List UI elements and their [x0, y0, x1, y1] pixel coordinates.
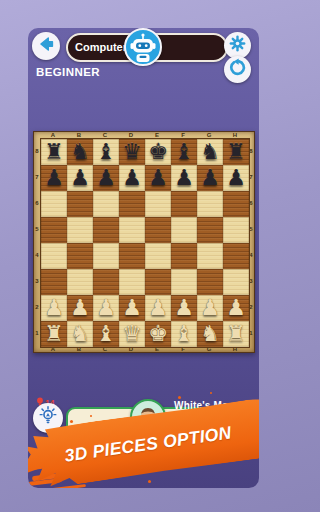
chess-board: ABCDEFGH ABCDEFGH 87654321 87654321 ♜♞♝♛…: [33, 131, 255, 353]
square-g8[interactable]: ♞: [197, 139, 223, 165]
square-f7[interactable]: ♟: [171, 165, 197, 191]
square-c2[interactable]: ♟: [93, 295, 119, 321]
square-h7[interactable]: ♟: [223, 165, 249, 191]
robot-icon: [126, 50, 160, 66]
circular-arrow-icon: [228, 58, 247, 81]
piece-white-pawn[interactable]: ♟: [145, 295, 171, 321]
square-b7[interactable]: ♟: [67, 165, 93, 191]
square-h8[interactable]: ♜: [223, 139, 249, 165]
square-g7[interactable]: ♟: [197, 165, 223, 191]
square-h1[interactable]: ♜: [223, 321, 249, 347]
paint-streak: [36, 484, 86, 488]
square-a3[interactable]: [41, 269, 67, 295]
square-d8[interactable]: ♛: [119, 139, 145, 165]
piece-black-pawn[interactable]: ♟: [197, 165, 223, 191]
square-g4[interactable]: [197, 243, 223, 269]
piece-black-rook[interactable]: ♜: [223, 139, 249, 165]
difficulty-label: BEGINNER: [36, 66, 100, 78]
board-grid: ♜♞♝♛♚♝♞♜♟♟♟♟♟♟♟♟♟♟♟♟♟♟♟♟♜♞♝♛♚♝♞♜: [40, 138, 250, 348]
piece-white-bishop[interactable]: ♝: [93, 321, 119, 347]
square-e4[interactable]: [145, 243, 171, 269]
square-b4[interactable]: [67, 243, 93, 269]
square-g3[interactable]: [197, 269, 223, 295]
paint-splatter: [90, 415, 92, 417]
square-g5[interactable]: [197, 217, 223, 243]
square-c8[interactable]: ♝: [93, 139, 119, 165]
square-a5[interactable]: [41, 217, 67, 243]
piece-white-pawn[interactable]: ♟: [223, 295, 249, 321]
piece-black-knight[interactable]: ♞: [67, 139, 93, 165]
square-d7[interactable]: ♟: [119, 165, 145, 191]
square-d3[interactable]: [119, 269, 145, 295]
piece-white-pawn[interactable]: ♟: [93, 295, 119, 321]
piece-black-king[interactable]: ♚: [145, 139, 171, 165]
square-h6[interactable]: [223, 191, 249, 217]
opponent-avatar: [124, 28, 162, 66]
square-f4[interactable]: [171, 243, 197, 269]
square-d6[interactable]: [119, 191, 145, 217]
piece-black-pawn[interactable]: ♟: [223, 165, 249, 191]
app-screen: Computer: [28, 28, 259, 488]
square-c1[interactable]: ♝: [93, 321, 119, 347]
piece-white-knight[interactable]: ♞: [197, 321, 223, 347]
square-d5[interactable]: [119, 217, 145, 243]
square-d2[interactable]: ♟: [119, 295, 145, 321]
settings-button[interactable]: [224, 32, 251, 59]
piece-black-pawn[interactable]: ♟: [67, 165, 93, 191]
square-f2[interactable]: ♟: [171, 295, 197, 321]
square-g1[interactable]: ♞: [197, 321, 223, 347]
square-a6[interactable]: [41, 191, 67, 217]
square-b8[interactable]: ♞: [67, 139, 93, 165]
piece-black-queen[interactable]: ♛: [119, 139, 145, 165]
piece-black-bishop[interactable]: ♝: [171, 139, 197, 165]
piece-white-bishop[interactable]: ♝: [171, 321, 197, 347]
square-c6[interactable]: [93, 191, 119, 217]
piece-white-pawn[interactable]: ♟: [119, 295, 145, 321]
square-e7[interactable]: ♟: [145, 165, 171, 191]
gear-icon: [228, 34, 247, 57]
square-f5[interactable]: [171, 217, 197, 243]
square-f3[interactable]: [171, 269, 197, 295]
back-arrow-icon: [35, 33, 57, 59]
piece-black-pawn[interactable]: ♟: [171, 165, 197, 191]
paint-splatter: [70, 420, 73, 423]
square-g2[interactable]: ♟: [197, 295, 223, 321]
piece-white-pawn[interactable]: ♟: [171, 295, 197, 321]
square-e5[interactable]: [145, 217, 171, 243]
square-e1[interactable]: ♚: [145, 321, 171, 347]
promo-banner-text: 3D PIECES OPTION: [63, 422, 232, 466]
square-h5[interactable]: [223, 217, 249, 243]
square-e6[interactable]: [145, 191, 171, 217]
piece-white-pawn[interactable]: ♟: [197, 295, 223, 321]
piece-white-queen[interactable]: ♛: [119, 321, 145, 347]
square-a8[interactable]: ♜: [41, 139, 67, 165]
paint-splatter: [148, 480, 151, 483]
piece-white-king[interactable]: ♚: [145, 321, 171, 347]
piece-white-rook[interactable]: ♜: [41, 321, 67, 347]
piece-black-pawn[interactable]: ♟: [119, 165, 145, 191]
lightbulb-icon: [37, 405, 59, 431]
square-e2[interactable]: ♟: [145, 295, 171, 321]
square-c4[interactable]: [93, 243, 119, 269]
square-b2[interactable]: ♟: [67, 295, 93, 321]
back-button[interactable]: [32, 32, 60, 60]
square-f6[interactable]: [171, 191, 197, 217]
paint-splatter: [178, 396, 181, 399]
square-d4[interactable]: [119, 243, 145, 269]
restart-button[interactable]: [224, 56, 251, 83]
square-g6[interactable]: [197, 191, 223, 217]
paint-splatter: [210, 392, 212, 394]
piece-black-knight[interactable]: ♞: [197, 139, 223, 165]
square-d1[interactable]: ♛: [119, 321, 145, 347]
piece-black-pawn[interactable]: ♟: [145, 165, 171, 191]
square-f8[interactable]: ♝: [171, 139, 197, 165]
square-f1[interactable]: ♝: [171, 321, 197, 347]
square-e3[interactable]: [145, 269, 171, 295]
square-e8[interactable]: ♚: [145, 139, 171, 165]
piece-white-rook[interactable]: ♜: [223, 321, 249, 347]
square-b3[interactable]: [67, 269, 93, 295]
piece-black-pawn[interactable]: ♟: [41, 165, 67, 191]
square-b6[interactable]: [67, 191, 93, 217]
piece-white-pawn[interactable]: ♟: [67, 295, 93, 321]
square-a1[interactable]: ♜: [41, 321, 67, 347]
square-h4[interactable]: [223, 243, 249, 269]
square-a4[interactable]: [41, 243, 67, 269]
piece-white-knight[interactable]: ♞: [67, 321, 93, 347]
piece-white-pawn[interactable]: ♟: [41, 295, 67, 321]
square-b1[interactable]: ♞: [67, 321, 93, 347]
square-h2[interactable]: ♟: [223, 295, 249, 321]
piece-black-pawn[interactable]: ♟: [93, 165, 119, 191]
piece-black-bishop[interactable]: ♝: [93, 139, 119, 165]
square-c3[interactable]: [93, 269, 119, 295]
square-c5[interactable]: [93, 217, 119, 243]
square-h3[interactable]: [223, 269, 249, 295]
square-a2[interactable]: ♟: [41, 295, 67, 321]
square-a7[interactable]: ♟: [41, 165, 67, 191]
square-b5[interactable]: [67, 217, 93, 243]
piece-black-rook[interactable]: ♜: [41, 139, 67, 165]
square-c7[interactable]: ♟: [93, 165, 119, 191]
